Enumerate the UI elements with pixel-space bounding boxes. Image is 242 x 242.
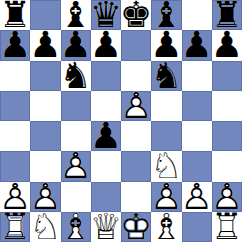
square-g2[interactable]: ♟♙ <box>182 182 212 212</box>
piece-white-rook: ♜♖ <box>0 212 30 242</box>
piece-white-pawn: ♟♙ <box>61 151 91 181</box>
square-c5[interactable] <box>61 91 91 121</box>
piece-outline-layer: ♖ <box>212 212 242 242</box>
square-b7[interactable]: ♟♟ <box>30 30 60 60</box>
piece-black-pawn: ♟♟ <box>182 30 212 60</box>
square-e5[interactable]: ♟♙ <box>121 91 151 121</box>
square-a1[interactable]: ♜♖ <box>0 212 30 242</box>
square-f5[interactable] <box>151 91 181 121</box>
square-g1[interactable] <box>182 212 212 242</box>
piece-black-king: ♚♚ <box>121 0 151 30</box>
piece-black-pawn: ♟♟ <box>30 30 60 60</box>
square-h1[interactable]: ♜♖ <box>212 212 242 242</box>
piece-outline-layer: ♟ <box>182 30 212 60</box>
square-c3[interactable]: ♟♙ <box>61 151 91 181</box>
square-d6[interactable] <box>91 61 121 91</box>
square-c1[interactable]: ♝♗ <box>61 212 91 242</box>
square-b1[interactable]: ♞♘ <box>30 212 60 242</box>
piece-white-king: ♚♔ <box>121 212 151 242</box>
square-e4[interactable] <box>121 121 151 151</box>
piece-outline-layer: ♟ <box>91 121 121 151</box>
square-e7[interactable] <box>121 30 151 60</box>
piece-black-pawn: ♟♟ <box>91 30 121 60</box>
square-h4[interactable] <box>212 121 242 151</box>
square-g4[interactable] <box>182 121 212 151</box>
square-c6[interactable]: ♞♞ <box>61 61 91 91</box>
piece-black-knight: ♞♞ <box>151 61 181 91</box>
piece-outline-layer: ♗ <box>151 212 181 242</box>
piece-white-pawn: ♟♙ <box>182 182 212 212</box>
square-h6[interactable] <box>212 61 242 91</box>
square-g5[interactable] <box>182 91 212 121</box>
square-b5[interactable] <box>30 91 60 121</box>
piece-black-pawn: ♟♟ <box>91 121 121 151</box>
square-f6[interactable]: ♞♞ <box>151 61 181 91</box>
square-d7[interactable]: ♟♟ <box>91 30 121 60</box>
piece-white-bishop: ♝♗ <box>61 212 91 242</box>
square-b4[interactable] <box>30 121 60 151</box>
piece-white-bishop: ♝♗ <box>151 212 181 242</box>
piece-outline-layer: ♙ <box>182 182 212 212</box>
square-g7[interactable]: ♟♟ <box>182 30 212 60</box>
square-e1[interactable]: ♚♔ <box>121 212 151 242</box>
square-d4[interactable]: ♟♟ <box>91 121 121 151</box>
piece-black-pawn: ♟♟ <box>0 30 30 60</box>
piece-outline-layer: ♔ <box>121 212 151 242</box>
square-a5[interactable] <box>0 91 30 121</box>
square-e8[interactable]: ♚♚ <box>121 0 151 30</box>
piece-outline-layer: ♕ <box>91 212 121 242</box>
piece-outline-layer: ♚ <box>121 0 151 30</box>
piece-white-queen: ♛♕ <box>91 212 121 242</box>
piece-white-knight: ♞♘ <box>30 212 60 242</box>
piece-outline-layer: ♙ <box>61 151 91 181</box>
chess-board: ♜♜♝♝♛♛♚♚♝♝♜♜♟♟♟♟♟♟♟♟♟♟♟♟♟♟♞♞♞♞♟♙♟♟♟♙♞♘♟♙… <box>0 0 242 242</box>
piece-outline-layer: ♘ <box>30 212 60 242</box>
square-a6[interactable] <box>0 61 30 91</box>
piece-white-rook: ♜♖ <box>212 212 242 242</box>
piece-outline-layer: ♟ <box>0 30 30 60</box>
square-b6[interactable] <box>30 61 60 91</box>
piece-white-pawn: ♟♙ <box>121 91 151 121</box>
square-h7[interactable]: ♟♟ <box>212 30 242 60</box>
square-g6[interactable] <box>182 61 212 91</box>
piece-outline-layer: ♟ <box>91 30 121 60</box>
square-a4[interactable] <box>0 121 30 151</box>
piece-black-knight: ♞♞ <box>61 61 91 91</box>
piece-outline-layer: ♙ <box>121 91 151 121</box>
piece-outline-layer: ♞ <box>61 61 91 91</box>
square-e3[interactable] <box>121 151 151 181</box>
piece-outline-layer: ♖ <box>0 212 30 242</box>
square-d1[interactable]: ♛♕ <box>91 212 121 242</box>
piece-outline-layer: ♗ <box>61 212 91 242</box>
square-a7[interactable]: ♟♟ <box>0 30 30 60</box>
square-h5[interactable] <box>212 91 242 121</box>
piece-outline-layer: ♟ <box>212 30 242 60</box>
square-f1[interactable]: ♝♗ <box>151 212 181 242</box>
piece-outline-layer: ♞ <box>151 61 181 91</box>
piece-outline-layer: ♟ <box>30 30 60 60</box>
square-d3[interactable] <box>91 151 121 181</box>
piece-black-pawn: ♟♟ <box>212 30 242 60</box>
